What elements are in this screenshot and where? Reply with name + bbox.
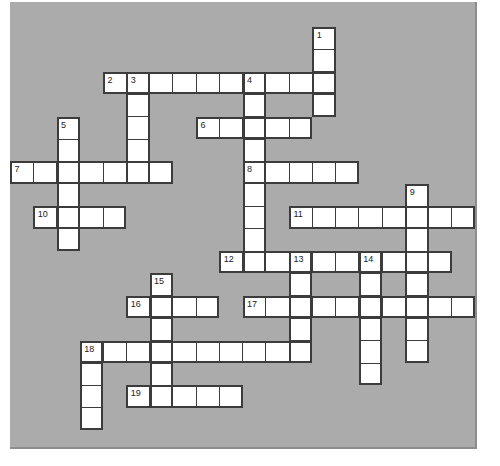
cell-divider <box>335 206 336 228</box>
cell-r6-c11[interactable] <box>266 161 289 183</box>
cell-r4-c9[interactable] <box>219 117 242 139</box>
cell-divider <box>149 385 150 407</box>
cell-divider <box>242 117 243 139</box>
cell-divider <box>359 295 382 296</box>
cell-divider <box>56 161 57 183</box>
cell-r8-c12[interactable] <box>289 206 312 228</box>
cell-divider <box>126 139 149 140</box>
cell-r16-c9[interactable] <box>219 385 242 407</box>
cell-r1-c13[interactable] <box>312 49 335 71</box>
cell-divider <box>289 251 290 273</box>
cell-divider <box>150 318 173 319</box>
cell-r13-c15[interactable] <box>359 318 382 340</box>
cell-divider <box>335 296 336 318</box>
cell-r12-c11[interactable] <box>266 296 289 318</box>
cell-r10-c16[interactable] <box>382 251 405 273</box>
cell-divider <box>103 341 104 363</box>
cell-r7-c17[interactable] <box>405 184 428 206</box>
cell-r5-c10[interactable] <box>243 139 266 161</box>
cell-r6-c1[interactable] <box>33 161 56 183</box>
cell-r9-c17[interactable] <box>405 229 428 251</box>
cell-divider <box>312 71 335 72</box>
cell-r8-c1[interactable] <box>33 206 56 228</box>
cell-r8-c10[interactable] <box>243 206 266 228</box>
cell-divider <box>312 72 313 94</box>
cell-divider <box>289 296 290 318</box>
cell-divider <box>219 341 220 363</box>
cell-r14-c9[interactable] <box>219 341 242 363</box>
cell-r12-c10[interactable] <box>243 296 266 318</box>
cell-r13-c17[interactable] <box>405 318 428 340</box>
cell-r12-c17[interactable] <box>405 296 428 318</box>
cell-r11-c6[interactable] <box>150 273 173 295</box>
crossword-page: 12345678910111213141516171819 <box>0 0 500 466</box>
crossword-grid: 12345678910111213141516171819 <box>10 27 475 430</box>
cell-divider <box>126 161 149 162</box>
cell-divider <box>405 206 428 207</box>
cell-r16-c6[interactable] <box>150 385 173 407</box>
cell-r15-c3[interactable] <box>80 363 103 385</box>
cell-r3-c10[interactable] <box>243 94 266 116</box>
cell-r6-c2[interactable] <box>57 161 80 183</box>
cell-divider <box>243 206 266 207</box>
cell-divider <box>57 183 80 184</box>
cell-r12-c8[interactable] <box>196 296 219 318</box>
cell-r7-c2[interactable] <box>57 184 80 206</box>
cell-r16-c3[interactable] <box>80 385 103 407</box>
cell-r4-c2[interactable] <box>57 117 80 139</box>
cell-divider <box>57 139 80 140</box>
cell-r9-c10[interactable] <box>243 229 266 251</box>
cell-r14-c6[interactable] <box>150 341 173 363</box>
cell-r8-c13[interactable] <box>312 206 335 228</box>
cell-r14-c8[interactable] <box>196 341 219 363</box>
cell-r6-c14[interactable] <box>336 161 359 183</box>
cell-r11-c17[interactable] <box>405 273 428 295</box>
cell-r5-c5[interactable] <box>126 139 149 161</box>
cell-divider <box>405 228 428 229</box>
cell-r2-c11[interactable] <box>266 72 289 94</box>
cell-r6-c5[interactable] <box>126 161 149 183</box>
cell-divider <box>265 161 266 183</box>
cell-divider <box>289 318 312 319</box>
cell-r14-c5[interactable] <box>126 341 149 363</box>
cell-divider <box>405 318 428 319</box>
cell-r8-c2[interactable] <box>57 206 80 228</box>
cell-divider <box>405 273 428 274</box>
cell-r12-c18[interactable] <box>429 296 452 318</box>
cell-divider <box>57 161 80 162</box>
cell-divider <box>242 72 243 94</box>
cell-r12-c6[interactable] <box>150 296 173 318</box>
cell-divider <box>80 385 103 386</box>
cell-r6-c13[interactable] <box>312 161 335 183</box>
cell-divider <box>56 206 57 228</box>
cell-divider <box>149 161 150 183</box>
cell-r8-c3[interactable] <box>80 206 103 228</box>
cell-divider <box>289 161 290 183</box>
cell-divider <box>289 340 312 341</box>
cell-divider <box>358 296 359 318</box>
cell-divider <box>79 161 80 183</box>
cell-divider <box>358 251 359 273</box>
cell-r2-c6[interactable] <box>150 72 173 94</box>
cell-divider <box>312 206 313 228</box>
cell-r14-c10[interactable] <box>243 341 266 363</box>
cell-divider <box>335 251 336 273</box>
cell-divider <box>172 296 173 318</box>
cell-r13-c12[interactable] <box>289 318 312 340</box>
cell-r8-c14[interactable] <box>336 206 359 228</box>
cell-divider <box>335 161 336 183</box>
cell-divider <box>149 341 150 363</box>
cell-divider <box>405 206 406 228</box>
cell-divider <box>359 273 382 274</box>
cell-r8-c15[interactable] <box>359 206 382 228</box>
cell-r8-c19[interactable] <box>452 206 475 228</box>
cell-r14-c7[interactable] <box>173 341 196 363</box>
cell-r10-c18[interactable] <box>429 251 452 273</box>
cell-r10-c9[interactable] <box>219 251 242 273</box>
cell-divider <box>219 117 220 139</box>
cell-r16-c8[interactable] <box>196 385 219 407</box>
cell-r6-c0[interactable] <box>10 161 33 183</box>
cell-r16-c7[interactable] <box>173 385 196 407</box>
cell-r3-c13[interactable] <box>312 94 335 116</box>
cell-r2-c8[interactable] <box>196 72 219 94</box>
cell-divider <box>243 116 266 117</box>
cell-r15-c6[interactable] <box>150 363 173 385</box>
cell-r14-c17[interactable] <box>405 341 428 363</box>
cell-divider <box>382 251 383 273</box>
cell-r2-c12[interactable] <box>289 72 312 94</box>
cell-r4-c12[interactable] <box>289 117 312 139</box>
cell-divider <box>359 340 382 341</box>
cell-divider <box>196 385 197 407</box>
cell-divider <box>312 161 313 183</box>
cell-divider <box>265 117 266 139</box>
cell-divider <box>57 228 80 229</box>
cell-r4-c5[interactable] <box>126 117 149 139</box>
cell-divider <box>451 206 452 228</box>
cell-r8-c17[interactable] <box>405 206 428 228</box>
cell-r12-c19[interactable] <box>452 296 475 318</box>
cell-divider <box>382 206 383 228</box>
cell-r14-c4[interactable] <box>103 341 126 363</box>
cell-divider <box>172 385 173 407</box>
cell-r0-c13[interactable] <box>312 27 335 49</box>
cell-divider <box>150 295 173 296</box>
cell-divider <box>312 94 335 95</box>
cell-r6-c3[interactable] <box>80 161 103 183</box>
cell-divider <box>242 251 243 273</box>
cell-divider <box>289 341 290 363</box>
cell-r10-c11[interactable] <box>266 251 289 273</box>
cell-divider <box>289 72 290 94</box>
cell-r9-c2[interactable] <box>57 229 80 251</box>
cell-divider <box>405 295 428 296</box>
cell-r14-c12[interactable] <box>289 341 312 363</box>
cell-r13-c6[interactable] <box>150 318 173 340</box>
cell-divider <box>405 251 428 252</box>
cell-divider <box>265 72 266 94</box>
cell-r12-c13[interactable] <box>312 296 335 318</box>
cell-divider <box>289 295 312 296</box>
cell-divider <box>428 251 429 273</box>
cell-r16-c5[interactable] <box>126 385 149 407</box>
cell-divider <box>126 161 127 183</box>
cell-r2-c10[interactable] <box>243 72 266 94</box>
cell-r12-c7[interactable] <box>173 296 196 318</box>
cell-divider <box>312 296 313 318</box>
cell-r2-c13[interactable] <box>312 72 335 94</box>
cell-divider <box>172 341 173 363</box>
cell-divider <box>57 206 80 207</box>
cell-divider <box>289 273 312 274</box>
cell-divider <box>242 341 243 363</box>
cell-divider <box>265 296 266 318</box>
cell-r4-c11[interactable] <box>266 117 289 139</box>
cell-r6-c6[interactable] <box>150 161 173 183</box>
cell-divider <box>103 206 104 228</box>
cell-divider <box>243 251 266 252</box>
cell-r10-c17[interactable] <box>405 251 428 273</box>
cell-divider <box>150 340 173 341</box>
cell-divider <box>219 72 220 94</box>
cell-r3-c5[interactable] <box>126 94 149 116</box>
cell-divider <box>172 72 173 94</box>
cell-r8-c18[interactable] <box>429 206 452 228</box>
cell-divider <box>405 296 406 318</box>
cell-r10-c12[interactable] <box>289 251 312 273</box>
cell-divider <box>312 49 335 50</box>
cell-r11-c15[interactable] <box>359 273 382 295</box>
cell-r14-c3[interactable] <box>80 341 103 363</box>
cell-r12-c14[interactable] <box>336 296 359 318</box>
cell-r15-c15[interactable] <box>359 363 382 385</box>
cell-divider <box>196 72 197 94</box>
cell-divider <box>359 363 382 364</box>
cell-r6-c12[interactable] <box>289 161 312 183</box>
cell-r6-c4[interactable] <box>103 161 126 183</box>
cell-divider <box>149 72 150 94</box>
cell-divider <box>358 206 359 228</box>
cell-divider <box>428 206 429 228</box>
cell-r10-c14[interactable] <box>336 251 359 273</box>
cell-divider <box>451 296 452 318</box>
cell-divider <box>312 251 313 273</box>
cell-r10-c13[interactable] <box>312 251 335 273</box>
cell-divider <box>219 385 220 407</box>
cell-r8-c4[interactable] <box>103 206 126 228</box>
cell-r12-c5[interactable] <box>126 296 149 318</box>
cell-divider <box>80 363 103 364</box>
cell-divider <box>243 139 266 140</box>
cell-divider <box>126 341 127 363</box>
cell-divider <box>243 94 266 95</box>
cell-r2-c5[interactable] <box>126 72 149 94</box>
cell-divider <box>289 117 290 139</box>
cell-divider <box>80 407 103 408</box>
cell-divider <box>243 228 266 229</box>
cell-divider <box>405 340 428 341</box>
cell-r7-c10[interactable] <box>243 184 266 206</box>
cell-r12-c12[interactable] <box>289 296 312 318</box>
cell-divider <box>265 341 266 363</box>
cell-divider <box>150 385 173 386</box>
cell-r12-c15[interactable] <box>359 296 382 318</box>
cell-divider <box>150 363 173 364</box>
cell-divider <box>428 296 429 318</box>
cell-r14-c15[interactable] <box>359 341 382 363</box>
cell-divider <box>405 251 406 273</box>
cell-divider <box>196 341 197 363</box>
cell-r4-c8[interactable] <box>196 117 219 139</box>
cell-divider <box>243 161 266 162</box>
cell-r11-c12[interactable] <box>289 273 312 295</box>
cell-divider <box>265 251 266 273</box>
cell-r2-c7[interactable] <box>173 72 196 94</box>
cell-r12-c16[interactable] <box>382 296 405 318</box>
cell-r5-c2[interactable] <box>57 139 80 161</box>
cell-r2-c9[interactable] <box>219 72 242 94</box>
cell-divider <box>149 296 150 318</box>
cell-r6-c10[interactable] <box>243 161 266 183</box>
cell-divider <box>196 296 197 318</box>
cell-r10-c15[interactable] <box>359 251 382 273</box>
cell-divider <box>126 94 149 95</box>
cell-divider <box>33 161 34 183</box>
cell-r8-c16[interactable] <box>382 206 405 228</box>
cell-r14-c11[interactable] <box>266 341 289 363</box>
cell-r10-c10[interactable] <box>243 251 266 273</box>
cell-divider <box>103 161 104 183</box>
cell-r2-c4[interactable] <box>103 72 126 94</box>
cell-r4-c10[interactable] <box>243 117 266 139</box>
cell-r17-c3[interactable] <box>80 408 103 430</box>
cell-divider <box>359 318 382 319</box>
cell-divider <box>126 72 127 94</box>
cell-divider <box>79 206 80 228</box>
cell-divider <box>126 116 149 117</box>
cell-divider <box>243 183 266 184</box>
cell-divider <box>382 296 383 318</box>
